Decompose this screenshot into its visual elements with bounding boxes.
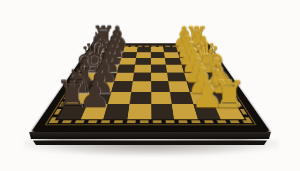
square-c7: ♟ bbox=[104, 58, 121, 65]
square-b5 bbox=[135, 52, 150, 58]
square-h6 bbox=[103, 104, 129, 119]
board-front-edge bbox=[29, 132, 271, 140]
square-c1: ♝ bbox=[194, 58, 212, 65]
square-c5 bbox=[135, 58, 150, 65]
square-d7: ♟ bbox=[100, 64, 119, 72]
square-f7: ♟ bbox=[92, 81, 115, 91]
square-e7: ♟ bbox=[96, 72, 117, 81]
square-c3 bbox=[165, 58, 181, 65]
board-base-edge bbox=[33, 140, 267, 145]
board-grid: ♜♟♟♜♞♟♟♞♝♟♟♝♛♟♟♛♚♟♟♚♝♟♟♝♞♟♟♞♜♟♟♜ bbox=[56, 46, 244, 118]
square-b7: ♟ bbox=[106, 52, 122, 58]
square-g4 bbox=[150, 91, 171, 103]
board-edge-groove bbox=[32, 139, 268, 141]
square-a7: ♟ bbox=[109, 46, 124, 51]
square-d3 bbox=[165, 64, 183, 72]
square-a6 bbox=[123, 46, 137, 51]
square-c6 bbox=[119, 58, 135, 65]
square-h5 bbox=[127, 104, 150, 119]
square-f5 bbox=[131, 81, 150, 91]
square-b4 bbox=[150, 52, 165, 58]
square-e5 bbox=[132, 72, 150, 81]
square-c4 bbox=[150, 58, 165, 65]
square-f4 bbox=[150, 81, 169, 91]
square-a5 bbox=[136, 46, 150, 51]
square-g6 bbox=[107, 91, 130, 103]
square-g5 bbox=[129, 91, 150, 103]
square-d6 bbox=[117, 64, 135, 72]
square-e6 bbox=[114, 72, 133, 81]
square-b3 bbox=[164, 52, 179, 58]
chess-set-photo: ♜♟♟♜♞♟♟♞♝♟♟♝♛♟♟♛♚♟♟♚♝♟♟♝♞♟♟♞♜♟♟♜ bbox=[0, 0, 300, 171]
square-a3 bbox=[163, 46, 177, 51]
square-e3 bbox=[167, 72, 186, 81]
square-d5 bbox=[133, 64, 150, 72]
square-b6 bbox=[121, 52, 136, 58]
square-h4 bbox=[150, 104, 173, 119]
square-e4 bbox=[150, 72, 168, 81]
square-a4 bbox=[150, 46, 164, 51]
square-d4 bbox=[150, 64, 167, 72]
square-e2: ♟ bbox=[183, 72, 204, 81]
square-f6 bbox=[111, 81, 132, 91]
square-c8: ♝ bbox=[88, 58, 106, 65]
square-a1: ♜ bbox=[189, 46, 205, 51]
chess-board: ♜♟♟♜♞♟♟♞♝♟♟♝♛♟♟♛♚♟♟♚♝♟♟♝♞♟♟♞♜♟♟♜ bbox=[30, 43, 270, 131]
square-b1: ♞ bbox=[191, 52, 208, 58]
